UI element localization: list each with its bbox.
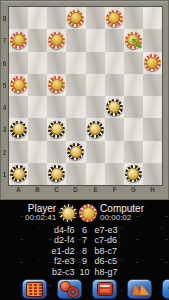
file-label-f: F xyxy=(106,187,123,198)
square-h1[interactable] xyxy=(143,163,162,185)
checkers-app: 87654321 ABCDEFGH Player 00:02:41 Comput… xyxy=(0,0,169,300)
red-piece-c7[interactable] xyxy=(48,32,65,49)
square-h8[interactable] xyxy=(143,7,162,29)
square-a4[interactable] xyxy=(9,96,28,118)
square-a5[interactable] xyxy=(9,74,28,96)
square-g5[interactable] xyxy=(124,74,143,96)
square-g1[interactable] xyxy=(124,163,143,185)
dark-piece-c3[interactable] xyxy=(48,121,65,138)
red-piece-h6[interactable] xyxy=(144,54,161,71)
square-f1[interactable] xyxy=(105,163,124,185)
square-d6[interactable] xyxy=(66,52,85,74)
move-number: 7 xyxy=(75,235,95,245)
square-d7[interactable] xyxy=(66,29,85,51)
square-b5[interactable] xyxy=(28,74,47,96)
square-a8[interactable] xyxy=(9,7,28,29)
player-move: b2-c3 xyxy=(39,267,75,277)
game-info-panel: Player 00:02:41 Computer 00:00:02 d4-f66… xyxy=(0,200,169,277)
file-label-e: E xyxy=(86,187,103,198)
square-d4[interactable] xyxy=(66,96,85,118)
board-slot-icon xyxy=(98,283,112,295)
square-h5[interactable] xyxy=(143,74,162,96)
player-move: e1-d2 xyxy=(39,246,75,256)
square-e6[interactable] xyxy=(86,52,105,74)
file-label-h: H xyxy=(144,187,161,198)
move-list[interactable]: d4-f66e7-e3d2-f47c7-d6e1-d28b8-c7f2-e39d… xyxy=(0,225,169,277)
square-d1[interactable] xyxy=(66,163,85,185)
square-a7[interactable] xyxy=(9,29,28,51)
dark-piece-d2[interactable] xyxy=(67,143,84,160)
square-c3[interactable] xyxy=(47,118,66,140)
dark-piece-a3[interactable] xyxy=(10,121,27,138)
rank-label-1: 1 xyxy=(0,164,8,184)
dark-piece-a1[interactable] xyxy=(10,165,27,182)
rank-label-6: 6 xyxy=(0,53,8,73)
hint-button[interactable] xyxy=(127,279,152,299)
square-e7[interactable] xyxy=(86,29,105,51)
computer-move: e7-e3 xyxy=(95,225,131,235)
square-c5[interactable] xyxy=(47,74,66,96)
square-b2[interactable] xyxy=(28,141,47,163)
square-g4[interactable] xyxy=(124,96,143,118)
square-h3[interactable] xyxy=(143,118,162,140)
computer-clock: 00:00:02 xyxy=(100,214,131,222)
player-block: Player 00:02:41 xyxy=(25,204,56,223)
move-row-8: e1-d28b8-c7 xyxy=(0,246,169,256)
computer-block: Computer 00:00:02 xyxy=(100,204,144,223)
square-c8[interactable] xyxy=(47,7,66,29)
board-grid-icon xyxy=(27,283,42,296)
piece-color-icons xyxy=(59,204,97,222)
square-g2[interactable] xyxy=(124,141,143,163)
square-a3[interactable] xyxy=(9,118,28,140)
dark-piece-f4[interactable] xyxy=(106,99,123,116)
move-row-9: f2-e39d6-c5 xyxy=(0,256,169,266)
rank-labels: 87654321 xyxy=(0,7,9,185)
red-piece-a5[interactable] xyxy=(10,76,27,93)
computer-move: h8-g7 xyxy=(95,267,131,277)
square-a1[interactable] xyxy=(9,163,28,185)
square-d2[interactable] xyxy=(66,141,85,163)
computer-move: b8-c7 xyxy=(95,246,131,256)
rank-label-8: 8 xyxy=(0,8,8,28)
file-label-g: G xyxy=(125,187,142,198)
square-e2[interactable] xyxy=(86,141,105,163)
rank-label-5: 5 xyxy=(0,75,8,95)
move-number: 10 xyxy=(75,267,95,277)
pieces-button[interactable] xyxy=(57,279,82,299)
computer-move: c7-d6 xyxy=(95,235,131,245)
red-piece-c5[interactable] xyxy=(48,76,65,93)
square-d3[interactable] xyxy=(66,118,85,140)
move-row-10: b2-c310h8-g7 xyxy=(0,267,169,277)
square-b6[interactable] xyxy=(28,52,47,74)
square-a6[interactable] xyxy=(9,52,28,74)
square-g8[interactable] xyxy=(124,7,143,29)
move-number: 6 xyxy=(75,225,95,235)
square-c1[interactable] xyxy=(47,163,66,185)
square-e5[interactable] xyxy=(86,74,105,96)
undo-arrow-icon: ↷ xyxy=(167,281,169,298)
square-b1[interactable] xyxy=(28,163,47,185)
rank-label-3: 3 xyxy=(0,119,8,139)
file-labels: ABCDEFGH xyxy=(9,186,162,198)
square-e1[interactable] xyxy=(86,163,105,185)
player-move: f2-e3 xyxy=(39,256,75,266)
red-piece-a7[interactable] xyxy=(10,32,27,49)
computer-move: d6-c5 xyxy=(95,256,131,266)
dark-piece-e3[interactable] xyxy=(87,121,104,138)
square-b4[interactable] xyxy=(28,96,47,118)
square-f7[interactable] xyxy=(105,29,124,51)
player-move: d4-f6 xyxy=(39,225,75,235)
square-d8[interactable] xyxy=(66,7,85,29)
square-g7[interactable] xyxy=(124,29,143,51)
red-piece-d8[interactable] xyxy=(67,10,84,27)
square-f6[interactable] xyxy=(105,52,124,74)
file-label-b: B xyxy=(29,187,46,198)
toolbar: ↷ xyxy=(0,277,169,300)
square-h2[interactable] xyxy=(143,141,162,163)
board-menu-button[interactable] xyxy=(22,279,47,299)
square-e8[interactable] xyxy=(86,7,105,29)
square-g6[interactable] xyxy=(124,52,143,74)
rank-label-2: 2 xyxy=(0,142,8,162)
square-f8[interactable] xyxy=(105,7,124,29)
square-h7[interactable] xyxy=(143,29,162,51)
undo-button[interactable]: ↷ xyxy=(162,279,169,299)
save-board-button[interactable] xyxy=(92,279,117,299)
checkers-board xyxy=(9,7,162,185)
computer-piece-icon xyxy=(79,204,97,222)
square-f5[interactable] xyxy=(105,74,124,96)
square-f2[interactable] xyxy=(105,141,124,163)
square-c6[interactable] xyxy=(47,52,66,74)
player-clock: 00:02:41 xyxy=(25,214,56,222)
square-e4[interactable] xyxy=(86,96,105,118)
player-piece-icon xyxy=(59,204,77,222)
rank-label-4: 4 xyxy=(0,97,8,117)
square-c2[interactable] xyxy=(47,141,66,163)
rank-label-7: 7 xyxy=(0,30,8,50)
dark-piece-g1[interactable] xyxy=(125,165,142,182)
square-h6[interactable] xyxy=(143,52,162,74)
move-row-6: d4-f66e7-e3 xyxy=(0,225,169,235)
square-e3[interactable] xyxy=(86,118,105,140)
file-label-d: D xyxy=(67,187,84,198)
square-b8[interactable] xyxy=(28,7,47,29)
square-f3[interactable] xyxy=(105,118,124,140)
red-piece-f8[interactable] xyxy=(106,10,123,27)
double-triangle-icon xyxy=(131,282,149,296)
square-a2[interactable] xyxy=(9,141,28,163)
file-label-c: C xyxy=(48,187,65,198)
square-b7[interactable] xyxy=(28,29,47,51)
square-d5[interactable] xyxy=(66,74,85,96)
square-b3[interactable] xyxy=(28,118,47,140)
player-move: d2-f4 xyxy=(39,235,75,245)
square-f4[interactable] xyxy=(105,96,124,118)
two-pieces-icon xyxy=(61,282,78,297)
scoreboard: Player 00:02:41 Computer 00:00:02 xyxy=(0,200,169,223)
dark-piece-c1[interactable] xyxy=(48,165,65,182)
move-row-7: d2-f47c7-d6 xyxy=(0,235,169,245)
square-h4[interactable] xyxy=(143,96,162,118)
move-number: 8 xyxy=(75,246,95,256)
square-g3[interactable] xyxy=(124,118,143,140)
board-frame: 87654321 ABCDEFGH xyxy=(0,0,169,200)
square-c4[interactable] xyxy=(47,96,66,118)
move-number: 9 xyxy=(75,256,95,266)
square-c7[interactable] xyxy=(47,29,66,51)
file-label-a: A xyxy=(10,187,27,198)
